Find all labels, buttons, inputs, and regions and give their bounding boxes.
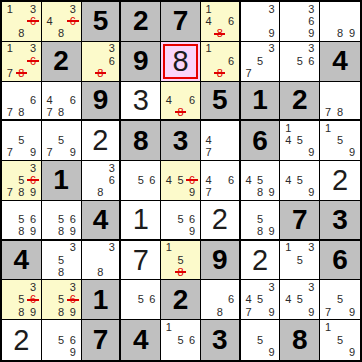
pencil-mark-eliminated: 6 <box>67 294 79 306</box>
pencil-mark: 6 <box>186 334 198 347</box>
pencil-marks: 357 <box>241 42 280 81</box>
cell-r3c7[interactable]: 1 <box>241 82 281 122</box>
pencil-mark: 5 <box>294 55 306 67</box>
pencil-mark-eliminated: 6 <box>27 55 39 67</box>
pencil-mark: 3 <box>27 162 39 174</box>
cell-r7c7[interactable]: 2 <box>241 241 281 281</box>
pencil-mark: 5 <box>254 174 266 186</box>
pencil-mark: 4 <box>243 174 255 186</box>
cell-r4c7[interactable]: 6 <box>241 121 281 161</box>
cell-r1c5[interactable]: 7 <box>161 2 201 42</box>
placed-digit: 8 <box>172 47 188 76</box>
pencil-mark: 9 <box>27 187 39 199</box>
pencil-mark: 3 <box>67 242 79 254</box>
cell-r5c8[interactable]: 459 <box>280 161 320 201</box>
cell-r7c3[interactable]: 38 <box>82 241 122 281</box>
cell-r9c2[interactable]: 569 <box>42 320 82 360</box>
pencil-mark-eliminated: 8 <box>175 106 187 118</box>
pencil-marks: 35689 <box>2 280 41 319</box>
pencil-marks: 467 <box>201 161 239 200</box>
cell-r8c4[interactable]: 56 <box>121 280 161 320</box>
cell-r5c2[interactable]: 1 <box>42 161 82 201</box>
cell-r6c2[interactable]: 5689 <box>42 201 82 241</box>
pencil-mark: 9 <box>346 28 358 40</box>
pencil-mark: 6 <box>225 15 236 27</box>
pencil-mark-eliminated: 6 <box>27 294 39 306</box>
cell-r3c8[interactable]: 2 <box>280 82 320 122</box>
cell-r8c5[interactable]: 2 <box>161 280 201 320</box>
pencil-mark: 4 <box>203 174 214 186</box>
pencil-mark: 8 <box>334 28 346 40</box>
pencil-marks: 569 <box>42 320 81 360</box>
pencil-mark: 8 <box>55 28 67 40</box>
pencil-marks: 68 <box>201 280 239 319</box>
pencil-mark: 8 <box>55 266 67 278</box>
cell-r5c6[interactable]: 467 <box>201 161 241 201</box>
pencil-mark: 5 <box>175 174 187 186</box>
pencil-mark: 1 <box>322 321 334 334</box>
cell-r9c1[interactable]: 2 <box>2 320 42 360</box>
cell-r1c9[interactable]: 89 <box>320 2 360 42</box>
given-digit: 9 <box>212 246 228 274</box>
pencil-mark: 9 <box>266 187 278 199</box>
pencil-mark-eliminated: 8 <box>214 67 225 79</box>
given-digit: 5 <box>93 7 109 35</box>
pencil-mark: 4 <box>163 94 175 106</box>
cell-r1c1[interactable]: 1368 <box>2 2 42 42</box>
pencil-mark: 9 <box>306 147 318 159</box>
solved-digit: 7 <box>133 246 149 275</box>
pencil-mark: 7 <box>4 106 16 118</box>
pencil-mark: 5 <box>135 294 147 306</box>
cell-r1c8[interactable]: 369 <box>280 2 320 42</box>
pencil-marks: 459 <box>280 161 319 200</box>
pencil-mark: 6 <box>186 214 198 226</box>
cell-r9c7[interactable]: 59 <box>241 320 281 360</box>
pencil-mark: 9 <box>27 147 39 159</box>
pencil-mark: 5 <box>16 214 28 226</box>
given-digit: 4 <box>93 206 109 234</box>
pencil-marks: 39 <box>241 2 280 41</box>
cell-r7c9[interactable]: 6 <box>320 241 360 281</box>
pencil-mark: 8 <box>95 266 106 278</box>
pencil-marks: 4569 <box>161 161 200 200</box>
pencil-mark: 4 <box>282 174 294 186</box>
cell-r4c2[interactable]: 579 <box>42 121 82 161</box>
pencil-mark: 8 <box>254 187 266 199</box>
cell-r6c1[interactable]: 5689 <box>2 201 42 241</box>
pencil-marks: 13678 <box>2 42 41 81</box>
pencil-mark-eliminated: 8 <box>175 266 187 278</box>
pencil-mark: 4 <box>243 294 255 306</box>
cell-r5c1[interactable]: 356789 <box>2 161 42 201</box>
cell-r2c9[interactable]: 4 <box>320 42 360 82</box>
cell-r9c3[interactable]: 7 <box>82 320 122 360</box>
given-digit: 3 <box>173 127 189 155</box>
cell-r7c8[interactable]: 135 <box>280 241 320 281</box>
pencil-mark: 9 <box>186 187 198 199</box>
cell-r6c5[interactable]: 569 <box>161 201 201 241</box>
pencil-mark: 6 <box>147 174 159 186</box>
pencil-mark: 5 <box>294 174 306 186</box>
pencil-marks: 579 <box>2 121 41 160</box>
pencil-marks: 56 <box>121 161 160 200</box>
cell-r6c3[interactable]: 4 <box>82 201 122 241</box>
pencil-marks: 3468 <box>42 2 81 41</box>
pencil-marks: 135 <box>280 241 319 280</box>
pencil-mark: 1 <box>4 43 16 55</box>
pencil-mark: 5 <box>294 294 306 306</box>
pencil-mark: 9 <box>306 306 318 318</box>
pencil-mark: 6 <box>67 94 79 106</box>
pencil-marks: 38 <box>82 241 120 280</box>
pencil-mark: 5 <box>55 135 67 147</box>
pencil-mark: 7 <box>322 306 334 318</box>
given-digit: 4 <box>332 47 348 75</box>
cell-r3c3[interactable]: 9 <box>82 82 122 122</box>
pencil-mark: 8 <box>16 306 28 318</box>
cell-r8c1[interactable]: 35689 <box>2 280 42 320</box>
cell-r8c7[interactable]: 34579 <box>241 280 281 320</box>
cell-r1c2[interactable]: 3468 <box>42 2 82 42</box>
cell-r3c1[interactable]: 678 <box>2 82 42 122</box>
pencil-mark: 9 <box>266 306 278 318</box>
given-digit: 1 <box>252 86 268 114</box>
pencil-marks: 35689 <box>42 280 81 319</box>
given-digit: 2 <box>133 7 149 35</box>
pencil-mark: 8 <box>95 187 106 199</box>
given-digit: 1 <box>53 166 69 194</box>
cell-r1c6[interactable]: 1468 <box>201 2 241 42</box>
given-digit: 9 <box>93 86 109 114</box>
pencil-marks: 579 <box>42 121 81 160</box>
cell-r1c3[interactable]: 5 <box>82 2 122 42</box>
pencil-mark: 8 <box>16 28 28 40</box>
cell-r2c6[interactable]: 168 <box>201 42 241 82</box>
cell-r9c8[interactable]: 8 <box>280 320 320 360</box>
cell-r9c9[interactable]: 159 <box>320 320 360 360</box>
pencil-mark: 4 <box>163 174 175 186</box>
pencil-mark: 9 <box>67 226 79 238</box>
cell-r1c4[interactable]: 2 <box>121 2 161 42</box>
cell-r6c6[interactable]: 2 <box>201 201 241 241</box>
given-digit: 4 <box>14 246 30 274</box>
pencil-mark: 3 <box>27 281 39 293</box>
cell-r7c5[interactable]: 158 <box>161 241 201 281</box>
given-digit: 6 <box>252 127 268 155</box>
cell-r3c6[interactable]: 5 <box>201 82 241 122</box>
cell-r8c2[interactable]: 35689 <box>42 280 82 320</box>
cell-r1c7[interactable]: 39 <box>241 2 281 42</box>
pencil-mark: 9 <box>186 226 198 238</box>
pencil-mark: 6 <box>106 55 117 67</box>
pencil-marks: 4589 <box>241 161 280 200</box>
pencil-marks: 358 <box>42 241 81 280</box>
pencil-mark: 7 <box>44 106 56 118</box>
pencil-mark: 9 <box>346 306 358 318</box>
given-digit: 2 <box>173 286 189 314</box>
pencil-mark: 7 <box>243 67 255 79</box>
pencil-marks: 158 <box>161 241 200 280</box>
cell-r6c8[interactable]: 7 <box>280 201 320 241</box>
cell-r5c7[interactable]: 4589 <box>241 161 281 201</box>
cell-r4c3[interactable]: 2 <box>82 121 122 161</box>
cell-r9c4[interactable]: 4 <box>121 320 161 360</box>
cell-r7c6[interactable]: 9 <box>201 241 241 281</box>
pencil-marks: 34579 <box>241 280 280 319</box>
solved-digit: 2 <box>332 166 348 195</box>
pencil-marks: 3459 <box>280 280 319 319</box>
sudoku-board: 1368346852714683936989136782368981683573… <box>0 0 362 362</box>
cell-r4c4[interactable]: 8 <box>121 121 161 161</box>
pencil-mark: 5 <box>16 174 28 186</box>
pencil-mark-eliminated: 6 <box>67 15 79 27</box>
pencil-mark: 5 <box>254 294 266 306</box>
pencil-mark: 5 <box>175 334 187 347</box>
pencil-mark: 7 <box>4 187 16 199</box>
pencil-mark: 6 <box>67 334 79 347</box>
pencil-marks: 159 <box>320 320 360 360</box>
pencil-mark: 1 <box>163 321 175 334</box>
cell-r6c9[interactable]: 3 <box>320 201 360 241</box>
pencil-mark: 6 <box>106 174 117 186</box>
pencil-mark: 5 <box>135 174 147 186</box>
cell-r3c5[interactable]: 468 <box>161 82 201 122</box>
pencil-marks: 589 <box>241 201 280 239</box>
pencil-mark: 3 <box>306 3 318 15</box>
pencil-mark: 9 <box>67 306 79 318</box>
cell-r2c2[interactable]: 2 <box>42 42 82 82</box>
pencil-mark: 1 <box>282 242 294 254</box>
pencil-marks: 678 <box>2 82 41 120</box>
cell-r9c6[interactable]: 3 <box>201 320 241 360</box>
hint-highlight-box: 8 <box>163 44 198 79</box>
pencil-mark: 5 <box>334 334 346 347</box>
given-digit: 2 <box>292 86 308 114</box>
pencil-mark: 5 <box>254 55 266 67</box>
given-digit: 7 <box>173 7 189 35</box>
cell-r9c5[interactable]: 156 <box>161 320 201 360</box>
pencil-mark: 9 <box>306 187 318 199</box>
pencil-mark: 9 <box>67 147 79 159</box>
pencil-mark: 9 <box>67 346 79 359</box>
pencil-marks: 4678 <box>42 82 81 120</box>
solved-digit: 2 <box>13 326 29 355</box>
pencil-marks: 569 <box>161 201 200 239</box>
pencil-mark: 1 <box>322 122 334 134</box>
pencil-mark: 9 <box>266 346 278 359</box>
cell-r5c5[interactable]: 4569 <box>161 161 201 201</box>
cell-r4c8[interactable]: 1459 <box>280 121 320 161</box>
pencil-mark: 9 <box>27 226 39 238</box>
pencil-mark: 5 <box>254 214 266 226</box>
pencil-marks: 5689 <box>2 201 41 239</box>
cell-r7c2[interactable]: 358 <box>42 241 82 281</box>
pencil-mark: 8 <box>55 306 67 318</box>
cell-r5c9[interactable]: 2 <box>320 161 360 201</box>
cell-r3c9[interactable]: 78 <box>320 82 360 122</box>
pencil-mark: 4 <box>44 94 56 106</box>
cell-r8c3[interactable]: 1 <box>82 280 122 320</box>
solved-digit: 2 <box>212 205 228 234</box>
pencil-mark: 5 <box>294 135 306 147</box>
pencil-mark: 3 <box>27 3 39 15</box>
pencil-mark: 7 <box>4 147 16 159</box>
pencil-mark: 5 <box>55 334 67 347</box>
given-digit: 3 <box>212 326 228 354</box>
pencil-mark: 5 <box>16 135 28 147</box>
pencil-mark: 4 <box>282 135 294 147</box>
pencil-mark: 6 <box>67 214 79 226</box>
given-digit: 7 <box>93 326 109 354</box>
pencil-mark: 3 <box>306 281 318 293</box>
cell-r2c4[interactable]: 9 <box>121 42 161 82</box>
pencil-mark: 6 <box>27 94 39 106</box>
given-digit: 6 <box>332 246 348 274</box>
cell-r8c8[interactable]: 3459 <box>280 280 320 320</box>
pencil-mark-eliminated: 6 <box>27 15 39 27</box>
pencil-mark: 4 <box>203 15 214 27</box>
pencil-marks: 159 <box>320 121 360 160</box>
cell-r8c9[interactable]: 579 <box>320 280 360 320</box>
pencil-mark: 8 <box>16 106 28 118</box>
cell-r8c6[interactable]: 68 <box>201 280 241 320</box>
cell-r4c9[interactable]: 159 <box>320 121 360 161</box>
pencil-marks: 468 <box>161 82 200 120</box>
pencil-mark: 7 <box>203 147 214 159</box>
pencil-mark: 8 <box>214 306 225 318</box>
pencil-mark: 7 <box>243 306 255 318</box>
cell-r5c3[interactable]: 368 <box>82 161 122 201</box>
pencil-mark: 7 <box>203 187 214 199</box>
pencil-mark: 6 <box>186 94 198 106</box>
solved-digit: 2 <box>92 126 108 155</box>
pencil-marks: 368 <box>82 42 120 81</box>
pencil-mark: 5 <box>254 334 266 347</box>
cell-r4c1[interactable]: 579 <box>2 121 42 161</box>
pencil-marks: 368 <box>82 161 120 200</box>
pencil-mark: 5 <box>55 214 67 226</box>
pencil-mark: 8 <box>55 106 67 118</box>
pencil-mark-eliminated: 8 <box>214 28 225 40</box>
pencil-mark: 1 <box>282 122 294 134</box>
pencil-marks: 5689 <box>42 201 81 239</box>
pencil-mark: 9 <box>266 226 278 238</box>
pencil-marks: 1468 <box>201 2 239 41</box>
cell-r4c6[interactable]: 47 <box>201 121 241 161</box>
given-digit: 8 <box>292 326 308 354</box>
cell-r2c7[interactable]: 357 <box>241 42 281 82</box>
given-digit: 7 <box>292 206 308 234</box>
pencil-mark: 6 <box>225 55 236 67</box>
pencil-mark: 3 <box>106 162 117 174</box>
pencil-mark-eliminated: 6 <box>186 174 198 186</box>
pencil-mark: 3 <box>67 281 79 293</box>
cell-r2c5[interactable]: 8 <box>161 42 201 82</box>
pencil-marks: 1368 <box>2 2 41 41</box>
pencil-mark: 9 <box>27 306 39 318</box>
pencil-mark: 5 <box>175 254 187 266</box>
pencil-mark: 9 <box>266 28 278 40</box>
given-digit: 1 <box>93 286 109 314</box>
pencil-marks: 78 <box>320 82 360 120</box>
pencil-marks: 59 <box>241 320 280 360</box>
pencil-mark: 3 <box>27 43 39 55</box>
pencil-mark-eliminated: 8 <box>95 67 106 79</box>
solved-digit: 2 <box>252 246 268 275</box>
cell-r7c4[interactable]: 7 <box>121 241 161 281</box>
pencil-mark: 3 <box>266 43 278 55</box>
pencil-mark: 1 <box>163 242 175 254</box>
pencil-mark: 6 <box>306 15 318 27</box>
pencil-mark: 8 <box>55 226 67 238</box>
pencil-mark: 1 <box>4 3 16 15</box>
cell-r3c2[interactable]: 4678 <box>42 82 82 122</box>
pencil-mark: 8 <box>254 226 266 238</box>
pencil-mark: 8 <box>16 226 28 238</box>
pencil-marks: 156 <box>161 320 200 360</box>
pencil-mark: 4 <box>203 135 214 147</box>
pencil-mark: 5 <box>334 294 346 306</box>
pencil-marks: 47 <box>201 121 239 160</box>
pencil-mark: 9 <box>346 147 358 159</box>
cell-r7c1[interactable]: 4 <box>2 241 42 281</box>
pencil-marks: 89 <box>320 2 360 41</box>
pencil-mark: 5 <box>175 214 187 226</box>
pencil-marks: 356789 <box>2 161 41 200</box>
cell-r2c3[interactable]: 368 <box>82 42 122 82</box>
pencil-mark: 5 <box>55 294 67 306</box>
pencil-mark: 7 <box>4 67 16 79</box>
pencil-mark: 5 <box>16 294 28 306</box>
pencil-marks: 1459 <box>280 121 319 160</box>
given-digit: 4 <box>133 326 149 354</box>
given-digit: 8 <box>133 127 149 155</box>
pencil-mark: 3 <box>306 43 318 55</box>
pencil-mark: 6 <box>306 55 318 67</box>
pencil-marks: 356 <box>280 42 319 81</box>
pencil-marks: 56 <box>121 280 160 319</box>
cell-r6c7[interactable]: 589 <box>241 201 281 241</box>
cell-r2c8[interactable]: 356 <box>280 42 320 82</box>
solved-digit: 1 <box>133 205 149 234</box>
pencil-mark: 8 <box>16 187 28 199</box>
cell-r5c4[interactable]: 56 <box>121 161 161 201</box>
pencil-mark: 5 <box>334 135 346 147</box>
pencil-mark: 3 <box>266 281 278 293</box>
solved-digit: 3 <box>133 86 149 115</box>
pencil-mark-eliminated: 8 <box>16 67 28 79</box>
given-digit: 3 <box>332 206 348 234</box>
pencil-mark: 8 <box>334 106 346 118</box>
pencil-mark: 1 <box>203 43 214 55</box>
given-digit: 5 <box>212 86 228 114</box>
cell-r3c4[interactable]: 3 <box>121 82 161 122</box>
cell-r4c5[interactable]: 3 <box>161 121 201 161</box>
pencil-mark: 7 <box>44 147 56 159</box>
cell-r6c4[interactable]: 1 <box>121 201 161 241</box>
pencil-mark: 3 <box>106 43 117 55</box>
pencil-mark: 1 <box>203 3 214 15</box>
pencil-mark: 6 <box>225 174 236 186</box>
given-digit: 9 <box>133 47 149 75</box>
pencil-mark: 5 <box>294 254 306 266</box>
given-digit: 2 <box>53 47 69 75</box>
pencil-marks: 168 <box>201 42 239 81</box>
cell-r2c1[interactable]: 13678 <box>2 42 42 82</box>
pencil-mark: 4 <box>282 294 294 306</box>
pencil-mark: 7 <box>322 106 334 118</box>
